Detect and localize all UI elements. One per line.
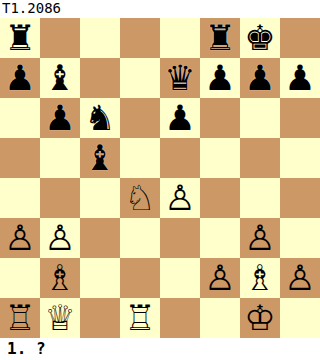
white-pawn-b3: ♙: [44, 218, 75, 258]
chess-board: ♜♜♚♟♝♛♟♟♟♟♞♟♝♘♙♙♙♙♗♙♗♙♖♕♖♔: [0, 18, 320, 338]
square-h8[interactable]: [280, 18, 320, 58]
white-king-g1: ♔: [244, 298, 275, 338]
square-h7[interactable]: ♟: [280, 58, 320, 98]
square-h5[interactable]: [280, 138, 320, 178]
puzzle-id: T1.2086: [0, 0, 320, 18]
square-b6[interactable]: ♟: [40, 98, 80, 138]
square-g7[interactable]: ♟: [240, 58, 280, 98]
black-queen-e7: ♛: [164, 58, 195, 98]
square-c7[interactable]: [80, 58, 120, 98]
square-f8[interactable]: ♜: [200, 18, 240, 58]
square-h4[interactable]: [280, 178, 320, 218]
square-e5[interactable]: [160, 138, 200, 178]
black-rook-a8: ♜: [4, 18, 35, 58]
square-b1[interactable]: ♕: [40, 298, 80, 338]
square-g4[interactable]: [240, 178, 280, 218]
square-e3[interactable]: [160, 218, 200, 258]
white-knight-d4: ♘: [124, 178, 155, 218]
black-pawn-b6: ♟: [44, 98, 75, 138]
white-bishop-g2: ♗: [244, 258, 275, 298]
square-h1[interactable]: [280, 298, 320, 338]
square-b7[interactable]: ♝: [40, 58, 80, 98]
black-king-g8: ♚: [244, 18, 275, 58]
black-bishop-b7: ♝: [44, 58, 75, 98]
black-knight-c6: ♞: [84, 98, 115, 138]
black-pawn-g7: ♟: [244, 58, 275, 98]
square-b3[interactable]: ♙: [40, 218, 80, 258]
white-pawn-f2: ♙: [204, 258, 235, 298]
black-pawn-e6: ♟: [164, 98, 195, 138]
square-g2[interactable]: ♗: [240, 258, 280, 298]
square-b5[interactable]: [40, 138, 80, 178]
square-b4[interactable]: [40, 178, 80, 218]
square-d2[interactable]: [120, 258, 160, 298]
square-c2[interactable]: [80, 258, 120, 298]
square-f6[interactable]: [200, 98, 240, 138]
black-rook-f8: ♜: [204, 18, 235, 58]
square-f5[interactable]: [200, 138, 240, 178]
white-pawn-a3: ♙: [4, 218, 35, 258]
square-f7[interactable]: ♟: [200, 58, 240, 98]
white-rook-d1: ♖: [124, 298, 155, 338]
square-c8[interactable]: [80, 18, 120, 58]
square-f1[interactable]: [200, 298, 240, 338]
square-d3[interactable]: [120, 218, 160, 258]
square-e1[interactable]: [160, 298, 200, 338]
square-a4[interactable]: [0, 178, 40, 218]
black-pawn-a7: ♟: [4, 58, 35, 98]
square-a1[interactable]: ♖: [0, 298, 40, 338]
square-h6[interactable]: [280, 98, 320, 138]
square-b8[interactable]: [40, 18, 80, 58]
square-a5[interactable]: [0, 138, 40, 178]
white-pawn-h2: ♙: [284, 258, 315, 298]
square-f4[interactable]: [200, 178, 240, 218]
square-e6[interactable]: ♟: [160, 98, 200, 138]
square-c3[interactable]: [80, 218, 120, 258]
square-e4[interactable]: ♙: [160, 178, 200, 218]
white-pawn-e4: ♙: [164, 178, 195, 218]
square-a7[interactable]: ♟: [0, 58, 40, 98]
square-c4[interactable]: [80, 178, 120, 218]
square-e7[interactable]: ♛: [160, 58, 200, 98]
square-e2[interactable]: [160, 258, 200, 298]
black-pawn-h7: ♟: [284, 58, 315, 98]
square-g5[interactable]: [240, 138, 280, 178]
square-e8[interactable]: [160, 18, 200, 58]
square-g8[interactable]: ♚: [240, 18, 280, 58]
square-d7[interactable]: [120, 58, 160, 98]
square-g3[interactable]: ♙: [240, 218, 280, 258]
square-d1[interactable]: ♖: [120, 298, 160, 338]
square-d8[interactable]: [120, 18, 160, 58]
black-pawn-f7: ♟: [204, 58, 235, 98]
square-d6[interactable]: [120, 98, 160, 138]
white-queen-b1: ♕: [44, 298, 75, 338]
square-a3[interactable]: ♙: [0, 218, 40, 258]
square-c5[interactable]: ♝: [80, 138, 120, 178]
square-d5[interactable]: [120, 138, 160, 178]
square-d4[interactable]: ♘: [120, 178, 160, 218]
black-bishop-c5: ♝: [84, 138, 115, 178]
square-f3[interactable]: [200, 218, 240, 258]
square-h2[interactable]: ♙: [280, 258, 320, 298]
square-g1[interactable]: ♔: [240, 298, 280, 338]
square-f2[interactable]: ♙: [200, 258, 240, 298]
white-bishop-b2: ♗: [44, 258, 75, 298]
square-h3[interactable]: [280, 218, 320, 258]
white-rook-a1: ♖: [4, 298, 35, 338]
square-a6[interactable]: [0, 98, 40, 138]
square-b2[interactable]: ♗: [40, 258, 80, 298]
square-c1[interactable]: [80, 298, 120, 338]
square-a8[interactable]: ♜: [0, 18, 40, 58]
square-g6[interactable]: [240, 98, 280, 138]
square-c6[interactable]: ♞: [80, 98, 120, 138]
white-pawn-g3: ♙: [244, 218, 275, 258]
square-a2[interactable]: [0, 258, 40, 298]
move-prompt: 1. ?: [0, 338, 320, 360]
